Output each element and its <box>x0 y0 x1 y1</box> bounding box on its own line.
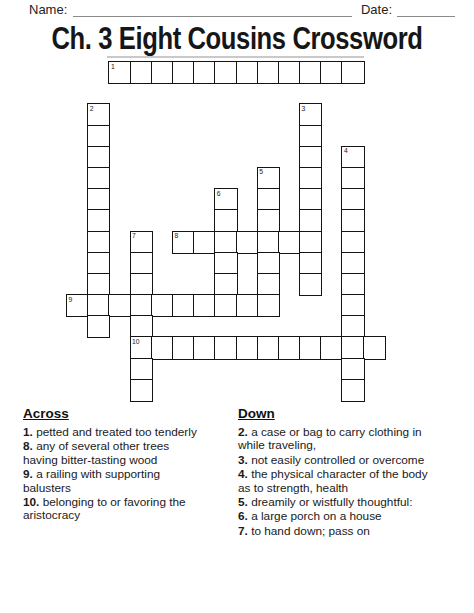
grid-cell[interactable]: 2 <box>88 104 109 125</box>
grid-cell[interactable] <box>258 274 279 295</box>
cell-number: 7 <box>132 232 136 239</box>
clues-section: Across 1. petted and treated too tenderl… <box>23 402 438 539</box>
grid-cell[interactable] <box>364 337 385 358</box>
grid-cell[interactable] <box>258 62 279 83</box>
cell-number: 8 <box>174 232 178 239</box>
grid-cell[interactable] <box>321 62 342 83</box>
grid-cell[interactable] <box>194 62 215 83</box>
grid-cell[interactable] <box>194 232 215 253</box>
grid-cell[interactable]: 5 <box>258 168 279 189</box>
cell-number: 10 <box>132 338 140 345</box>
clue-number: 10. <box>23 495 39 509</box>
grid-cell[interactable] <box>300 337 321 358</box>
grid-cell[interactable] <box>131 253 152 274</box>
grid-cell[interactable] <box>152 295 173 316</box>
grid-cell[interactable] <box>279 337 300 358</box>
grid-cell[interactable] <box>300 253 321 274</box>
grid-cell[interactable]: 6 <box>215 189 236 210</box>
grid-cell[interactable]: 4 <box>342 147 363 168</box>
clue-text: dreamily or wistfully thoughtful: <box>251 495 412 509</box>
grid-cell[interactable] <box>342 232 363 253</box>
grid-cell[interactable] <box>279 232 300 253</box>
down-clue: 2. a case or bag to carry clothing in wh… <box>238 426 438 453</box>
grid-cell[interactable] <box>88 189 109 210</box>
title-underline <box>107 56 364 58</box>
clue-number: 2. <box>238 425 248 439</box>
grid-cell[interactable] <box>88 274 109 295</box>
clue-number: 4. <box>238 467 248 481</box>
grid-cell[interactable] <box>300 210 321 231</box>
grid-cell[interactable] <box>88 168 109 189</box>
clue-number: 7. <box>238 524 248 538</box>
grid-cell[interactable] <box>342 274 363 295</box>
grid-cell[interactable] <box>152 337 173 358</box>
grid-cell[interactable] <box>88 232 109 253</box>
grid-cell[interactable] <box>237 337 258 358</box>
cell-number: 3 <box>302 105 306 112</box>
grid-cell[interactable] <box>131 359 152 380</box>
grid-cell[interactable] <box>131 380 152 401</box>
grid-cell[interactable] <box>215 274 236 295</box>
grid-cell[interactable]: 3 <box>300 104 321 125</box>
grid-cell[interactable] <box>342 295 363 316</box>
across-clue: 8. any of several other trees having bit… <box>23 440 204 467</box>
grid-cell[interactable] <box>300 126 321 147</box>
down-clue: 6. a large porch on a house <box>238 510 438 523</box>
clue-text: to hand down; pass on <box>251 524 370 538</box>
clue-text: belonging to or favoring the aristocracy <box>23 495 186 522</box>
grid-cell[interactable] <box>194 337 215 358</box>
grid-cell[interactable] <box>258 232 279 253</box>
grid-cell[interactable] <box>88 295 109 316</box>
grid-cell[interactable] <box>215 253 236 274</box>
grid-cell[interactable] <box>194 295 215 316</box>
across-clue: 1. petted and treated too tenderly <box>23 426 204 439</box>
clue-text: a railing with supporting balusters <box>23 467 160 494</box>
down-column: Down 2. a case or bag to carry clothing … <box>238 402 438 539</box>
grid-cell[interactable] <box>258 189 279 210</box>
grid-cell[interactable] <box>215 295 236 316</box>
grid-cell[interactable] <box>342 189 363 210</box>
clue-text: any of several other trees having bitter… <box>23 439 169 466</box>
grid-cell[interactable] <box>215 62 236 83</box>
grid-cell[interactable] <box>237 232 258 253</box>
cell-number: 5 <box>259 168 263 175</box>
clue-number: 9. <box>23 467 33 481</box>
grid-cell[interactable] <box>258 295 279 316</box>
cell-number: 9 <box>69 296 73 303</box>
down-clue: 3. not easily controlled or overcome <box>238 454 438 467</box>
cell-number: 1 <box>111 63 115 70</box>
cell-number: 4 <box>344 147 348 154</box>
grid-cell[interactable] <box>258 337 279 358</box>
clue-text: not easily controlled or overcome <box>251 453 424 467</box>
grid-cell[interactable] <box>258 210 279 231</box>
grid-cell[interactable] <box>131 274 152 295</box>
grid-cell[interactable] <box>300 274 321 295</box>
grid-cell[interactable] <box>342 380 363 401</box>
clue-text: petted and treated too tenderly <box>36 425 197 439</box>
grid-cell[interactable] <box>88 253 109 274</box>
grid-cell[interactable] <box>258 253 279 274</box>
grid-cell[interactable] <box>279 62 300 83</box>
grid-cell[interactable] <box>342 337 363 358</box>
grid-cell[interactable] <box>300 147 321 168</box>
grid-cell[interactable] <box>152 62 173 83</box>
grid-cell[interactable] <box>237 62 258 83</box>
down-clue: 4. the physical character of the body as… <box>238 468 438 495</box>
crossword-grid: 12345678910 <box>67 62 385 401</box>
grid-cell[interactable] <box>300 189 321 210</box>
clue-number: 8. <box>23 439 33 453</box>
worksheet-page: Name: Date: Ch. 3 Eight Cousins Crosswor… <box>0 0 474 613</box>
grid-cell[interactable] <box>300 232 321 253</box>
down-clue: 5. dreamily or wistfully thoughtful: <box>238 496 438 509</box>
clue-text: the physical character of the body as to… <box>238 467 428 494</box>
grid-cell[interactable] <box>215 232 236 253</box>
grid-cell[interactable]: 8 <box>173 232 194 253</box>
grid-cell[interactable] <box>300 168 321 189</box>
grid-cell[interactable] <box>321 337 342 358</box>
across-clue: 10. belonging to or favoring the aristoc… <box>23 496 204 523</box>
grid-cell[interactable] <box>342 359 363 380</box>
grid-cell[interactable] <box>300 62 321 83</box>
clue-number: 1. <box>23 425 33 439</box>
grid-cell[interactable] <box>131 295 152 316</box>
grid-cell[interactable] <box>173 295 194 316</box>
cell-number: 6 <box>217 190 221 197</box>
grid-cell[interactable] <box>342 316 363 337</box>
date-label: Date: <box>361 2 392 17</box>
grid-cell[interactable] <box>88 316 109 337</box>
grid-cell[interactable]: 9 <box>67 295 88 316</box>
across-column: Across 1. petted and treated too tenderl… <box>23 402 204 539</box>
grid-cell[interactable]: 1 <box>109 62 130 83</box>
down-header: Down <box>238 406 438 421</box>
grid-cell[interactable] <box>88 126 109 147</box>
grid-cell[interactable] <box>215 337 236 358</box>
name-date-bar: Name: Date: <box>29 2 455 17</box>
name-label: Name: <box>29 2 67 17</box>
grid-cell[interactable] <box>342 253 363 274</box>
grid-cell[interactable] <box>342 62 363 83</box>
across-clue: 9. a railing with supporting balusters <box>23 468 204 495</box>
grid-cell[interactable]: 7 <box>131 232 152 253</box>
clue-number: 5. <box>238 495 248 509</box>
clue-text: a large porch on a house <box>251 509 382 523</box>
grid-cell[interactable] <box>215 210 236 231</box>
date-fill-line[interactable] <box>397 3 455 17</box>
puzzle-title: Ch. 3 Eight Cousins Crossword <box>47 20 426 57</box>
cell-number: 2 <box>90 105 94 112</box>
clue-number: 6. <box>238 509 248 523</box>
grid-cell[interactable] <box>88 147 109 168</box>
grid-cell[interactable] <box>131 62 152 83</box>
grid-cell[interactable]: 10 <box>131 337 152 358</box>
grid-cell[interactable] <box>131 316 152 337</box>
clue-text: a case or bag to carry clothing in while… <box>238 425 422 452</box>
down-clue: 7. to hand down; pass on <box>238 525 438 538</box>
grid-cell[interactable] <box>342 168 363 189</box>
grid-cell[interactable] <box>109 295 130 316</box>
grid-cell[interactable] <box>342 210 363 231</box>
grid-cell[interactable] <box>173 62 194 83</box>
clue-number: 3. <box>238 453 248 467</box>
name-fill-line[interactable] <box>73 3 352 17</box>
grid-cell[interactable] <box>237 295 258 316</box>
grid-cell[interactable] <box>88 210 109 231</box>
across-header: Across <box>23 406 204 421</box>
grid-cell[interactable] <box>173 337 194 358</box>
